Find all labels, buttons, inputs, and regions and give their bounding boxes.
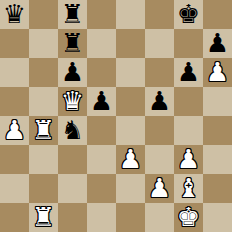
- white-pawn[interactable]: ♟: [3, 116, 26, 145]
- square-e1[interactable]: [116, 203, 145, 232]
- square-f3[interactable]: [145, 145, 174, 174]
- black-pawn[interactable]: ♟: [90, 87, 113, 116]
- white-queen[interactable]: ♛: [61, 87, 84, 116]
- square-g3[interactable]: ♟: [174, 145, 203, 174]
- square-a5[interactable]: [0, 87, 29, 116]
- square-h3[interactable]: [203, 145, 232, 174]
- square-h1[interactable]: [203, 203, 232, 232]
- square-g4[interactable]: [174, 116, 203, 145]
- square-h7[interactable]: ♟: [203, 29, 232, 58]
- black-rook[interactable]: ♜: [61, 0, 84, 29]
- white-rook[interactable]: ♜: [32, 116, 55, 145]
- white-pawn[interactable]: ♟: [177, 145, 200, 174]
- square-b4[interactable]: ♜: [29, 116, 58, 145]
- square-f2[interactable]: ♟: [145, 174, 174, 203]
- black-queen[interactable]: ♛: [3, 0, 26, 29]
- square-b1[interactable]: ♜: [29, 203, 58, 232]
- square-g7[interactable]: [174, 29, 203, 58]
- square-h6[interactable]: ♟: [203, 58, 232, 87]
- white-king[interactable]: ♚: [177, 203, 200, 232]
- black-pawn[interactable]: ♟: [206, 29, 229, 58]
- square-f8[interactable]: [145, 0, 174, 29]
- square-d2[interactable]: [87, 174, 116, 203]
- chess-board: ♛♜♚♜♟♟♟♟♛♟♟♟♜♞♟♟♟♝♜♚: [0, 0, 232, 232]
- square-c6[interactable]: ♟: [58, 58, 87, 87]
- square-e6[interactable]: [116, 58, 145, 87]
- square-d6[interactable]: [87, 58, 116, 87]
- square-e4[interactable]: [116, 116, 145, 145]
- square-g6[interactable]: ♟: [174, 58, 203, 87]
- square-f1[interactable]: [145, 203, 174, 232]
- black-king[interactable]: ♚: [177, 0, 200, 29]
- square-c7[interactable]: ♜: [58, 29, 87, 58]
- square-b7[interactable]: [29, 29, 58, 58]
- square-b6[interactable]: [29, 58, 58, 87]
- square-h2[interactable]: [203, 174, 232, 203]
- square-e5[interactable]: [116, 87, 145, 116]
- square-a7[interactable]: [0, 29, 29, 58]
- square-g8[interactable]: ♚: [174, 0, 203, 29]
- square-e2[interactable]: [116, 174, 145, 203]
- square-d4[interactable]: [87, 116, 116, 145]
- square-a3[interactable]: [0, 145, 29, 174]
- square-f7[interactable]: [145, 29, 174, 58]
- square-d7[interactable]: [87, 29, 116, 58]
- square-g1[interactable]: ♚: [174, 203, 203, 232]
- square-c1[interactable]: [58, 203, 87, 232]
- square-c5[interactable]: ♛: [58, 87, 87, 116]
- square-d8[interactable]: [87, 0, 116, 29]
- square-h5[interactable]: [203, 87, 232, 116]
- square-b8[interactable]: [29, 0, 58, 29]
- white-pawn[interactable]: ♟: [119, 145, 142, 174]
- square-h4[interactable]: [203, 116, 232, 145]
- white-pawn[interactable]: ♟: [148, 174, 171, 203]
- square-c2[interactable]: [58, 174, 87, 203]
- black-pawn[interactable]: ♟: [61, 58, 84, 87]
- square-c8[interactable]: ♜: [58, 0, 87, 29]
- black-pawn[interactable]: ♟: [148, 87, 171, 116]
- square-b3[interactable]: [29, 145, 58, 174]
- square-a2[interactable]: [0, 174, 29, 203]
- square-e8[interactable]: [116, 0, 145, 29]
- square-b5[interactable]: [29, 87, 58, 116]
- square-a1[interactable]: [0, 203, 29, 232]
- square-a6[interactable]: [0, 58, 29, 87]
- square-c3[interactable]: [58, 145, 87, 174]
- square-g5[interactable]: [174, 87, 203, 116]
- square-g2[interactable]: ♝: [174, 174, 203, 203]
- black-rook[interactable]: ♜: [61, 29, 84, 58]
- square-d5[interactable]: ♟: [87, 87, 116, 116]
- square-f5[interactable]: ♟: [145, 87, 174, 116]
- square-e3[interactable]: ♟: [116, 145, 145, 174]
- square-d3[interactable]: [87, 145, 116, 174]
- square-c4[interactable]: ♞: [58, 116, 87, 145]
- square-e7[interactable]: [116, 29, 145, 58]
- square-f6[interactable]: [145, 58, 174, 87]
- square-f4[interactable]: [145, 116, 174, 145]
- white-bishop[interactable]: ♝: [177, 174, 200, 203]
- square-a8[interactable]: ♛: [0, 0, 29, 29]
- square-a4[interactable]: ♟: [0, 116, 29, 145]
- square-d1[interactable]: [87, 203, 116, 232]
- black-pawn[interactable]: ♟: [177, 58, 200, 87]
- white-rook[interactable]: ♜: [32, 203, 55, 232]
- square-h8[interactable]: [203, 0, 232, 29]
- square-b2[interactable]: [29, 174, 58, 203]
- black-knight[interactable]: ♞: [61, 116, 84, 145]
- white-pawn[interactable]: ♟: [206, 58, 229, 87]
